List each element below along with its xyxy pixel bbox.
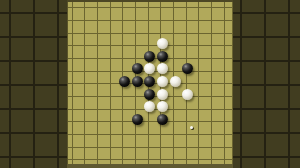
board-bottom-edge xyxy=(67,164,233,168)
grid-line-horizontal xyxy=(68,20,232,21)
black-stone xyxy=(144,51,155,62)
white-stone xyxy=(157,76,168,87)
white-stone xyxy=(144,63,155,74)
cursor-marker xyxy=(190,126,193,129)
grid-line-horizontal xyxy=(68,147,232,148)
black-stone xyxy=(119,76,130,87)
black-stone xyxy=(157,51,168,62)
white-stone xyxy=(144,101,155,112)
black-stone xyxy=(144,76,155,87)
game-window xyxy=(0,0,300,168)
black-stone xyxy=(132,76,143,87)
gomoku-board[interactable] xyxy=(67,2,233,164)
grid-line-horizontal xyxy=(68,134,232,135)
grid-line-horizontal xyxy=(68,45,232,46)
white-stone xyxy=(157,63,168,74)
white-stone xyxy=(170,76,181,87)
black-stone xyxy=(132,63,143,74)
white-stone xyxy=(157,89,168,100)
black-stone xyxy=(144,89,155,100)
white-stone xyxy=(157,38,168,49)
grid-line-horizontal xyxy=(68,121,232,122)
background-right-panel xyxy=(233,0,300,168)
grid-line-horizontal xyxy=(68,33,232,34)
grid-line-horizontal xyxy=(68,159,232,160)
grid-line-horizontal xyxy=(68,7,232,8)
black-stone xyxy=(182,63,193,74)
white-stone xyxy=(182,89,193,100)
black-stone xyxy=(157,114,168,125)
white-stone xyxy=(157,101,168,112)
black-stone xyxy=(132,114,143,125)
background-left-panel xyxy=(0,0,67,168)
